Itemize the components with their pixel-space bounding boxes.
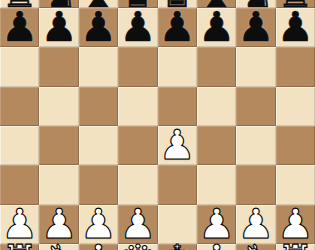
square-a2[interactable]: ♟ <box>0 205 39 244</box>
square-d3[interactable] <box>118 165 157 204</box>
square-a5[interactable] <box>0 87 39 126</box>
square-b6[interactable] <box>39 47 78 86</box>
square-e8[interactable]: ♚ <box>158 0 197 8</box>
black-pawn-icon: ♟ <box>198 7 235 48</box>
square-g5[interactable] <box>236 87 275 126</box>
square-a6[interactable] <box>0 47 39 86</box>
square-e6[interactable] <box>158 47 197 86</box>
square-c2[interactable]: ♟ <box>79 205 118 244</box>
white-pawn-icon: ♟ <box>80 204 117 245</box>
square-c3[interactable] <box>79 165 118 204</box>
white-pawn-icon: ♟ <box>159 125 196 166</box>
square-d4[interactable] <box>118 126 157 165</box>
square-c4[interactable] <box>79 126 118 165</box>
square-g2[interactable]: ♟ <box>236 205 275 244</box>
square-h4[interactable] <box>276 126 315 165</box>
square-f7[interactable]: ♟ <box>197 8 236 47</box>
square-b1[interactable]: ♞ <box>39 244 78 250</box>
square-f2[interactable]: ♟ <box>197 205 236 244</box>
square-h1[interactable]: ♜ <box>276 244 315 250</box>
square-d2[interactable]: ♟ <box>118 205 157 244</box>
square-b7[interactable]: ♟ <box>39 8 78 47</box>
black-pawn-icon: ♟ <box>41 7 78 48</box>
square-h8[interactable]: ♜ <box>276 0 315 8</box>
square-d5[interactable] <box>118 87 157 126</box>
black-pawn-icon: ♟ <box>119 7 156 48</box>
black-pawn-icon: ♟ <box>277 7 314 48</box>
square-c7[interactable]: ♟ <box>79 8 118 47</box>
black-pawn-icon: ♟ <box>1 7 38 48</box>
square-e4[interactable]: ♟ <box>158 126 197 165</box>
square-g3[interactable] <box>236 165 275 204</box>
square-g6[interactable] <box>236 47 275 86</box>
square-e5[interactable] <box>158 87 197 126</box>
square-f8[interactable]: ♝ <box>197 0 236 8</box>
square-h5[interactable] <box>276 87 315 126</box>
white-pawn-icon: ♟ <box>238 204 275 245</box>
square-d1[interactable]: ♛ <box>118 244 157 250</box>
square-b4[interactable] <box>39 126 78 165</box>
square-a4[interactable] <box>0 126 39 165</box>
chessboard: ♜♞♝♛♚♝♞♜♟♟♟♟♟♟♟♟♟♟♟♟♟♟♟♟♜♞♝♛♚♝♞♜ <box>0 0 315 250</box>
square-c5[interactable] <box>79 87 118 126</box>
square-g1[interactable]: ♞ <box>236 244 275 250</box>
square-g4[interactable] <box>236 126 275 165</box>
square-h6[interactable] <box>276 47 315 86</box>
square-g7[interactable]: ♟ <box>236 8 275 47</box>
square-b5[interactable] <box>39 87 78 126</box>
square-a1[interactable]: ♜ <box>0 244 39 250</box>
square-f3[interactable] <box>197 165 236 204</box>
square-e3[interactable] <box>158 165 197 204</box>
square-a7[interactable]: ♟ <box>0 8 39 47</box>
white-pawn-icon: ♟ <box>198 204 235 245</box>
square-g8[interactable]: ♞ <box>236 0 275 8</box>
square-h7[interactable]: ♟ <box>276 8 315 47</box>
square-e2[interactable] <box>158 205 197 244</box>
square-b3[interactable] <box>39 165 78 204</box>
square-h2[interactable]: ♟ <box>276 205 315 244</box>
square-c8[interactable]: ♝ <box>79 0 118 8</box>
square-e7[interactable]: ♟ <box>158 8 197 47</box>
square-a3[interactable] <box>0 165 39 204</box>
square-f4[interactable] <box>197 126 236 165</box>
black-pawn-icon: ♟ <box>159 7 196 48</box>
white-pawn-icon: ♟ <box>41 204 78 245</box>
black-pawn-icon: ♟ <box>80 7 117 48</box>
square-d7[interactable]: ♟ <box>118 8 157 47</box>
square-d6[interactable] <box>118 47 157 86</box>
square-d8[interactable]: ♛ <box>118 0 157 8</box>
square-b8[interactable]: ♞ <box>39 0 78 8</box>
white-pawn-icon: ♟ <box>277 204 314 245</box>
white-pawn-icon: ♟ <box>1 204 38 245</box>
square-f5[interactable] <box>197 87 236 126</box>
square-h3[interactable] <box>276 165 315 204</box>
square-c6[interactable] <box>79 47 118 86</box>
white-pawn-icon: ♟ <box>119 204 156 245</box>
chessboard-viewport: ♜♞♝♛♚♝♞♜♟♟♟♟♟♟♟♟♟♟♟♟♟♟♟♟♜♞♝♛♚♝♞♜ <box>0 0 315 250</box>
black-pawn-icon: ♟ <box>238 7 275 48</box>
square-b2[interactable]: ♟ <box>39 205 78 244</box>
square-c1[interactable]: ♝ <box>79 244 118 250</box>
square-f1[interactable]: ♝ <box>197 244 236 250</box>
square-e1[interactable]: ♚ <box>158 244 197 250</box>
square-a8[interactable]: ♜ <box>0 0 39 8</box>
square-f6[interactable] <box>197 47 236 86</box>
